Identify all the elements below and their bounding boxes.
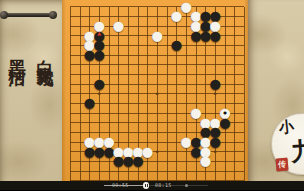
scroll-rod-end-left xyxy=(0,11,8,19)
scroll-rod-end-right xyxy=(49,11,57,19)
pause-button[interactable] xyxy=(143,182,149,188)
grid-line xyxy=(186,7,187,181)
star-point xyxy=(214,34,217,37)
star-point xyxy=(98,150,101,153)
star-point xyxy=(214,92,217,95)
white-player-rank: 九段 xyxy=(37,170,54,174)
dot-marker: ● xyxy=(223,111,227,115)
black-player-rank: 九段 xyxy=(9,170,26,174)
grid-line xyxy=(70,103,244,104)
white-player-column: 白 党毅飞 九段 xyxy=(33,46,57,174)
star-point xyxy=(156,34,159,37)
logo-character-large: 九 xyxy=(290,134,304,169)
grid-line xyxy=(234,7,235,181)
video-progress-bar[interactable]: 00:55 08:15 xyxy=(0,181,304,191)
video-frame: 黑 柯洁 九段 白 党毅飞 九段 ●●●●●●●●●●●●●●●●●●●●●●●… xyxy=(0,0,304,190)
white-side-label: 白 xyxy=(37,46,54,48)
red-seal-stamp: 传 xyxy=(275,158,288,172)
go-board: ●●●●●●●●●●●●●●●●●●●●●●●●●●●●●●●●●●●●●●●●… xyxy=(62,0,249,190)
player-info-scroll: 黑 柯洁 九段 白 党毅飞 九段 xyxy=(0,0,62,190)
grid-line xyxy=(244,7,245,181)
grid-line xyxy=(70,132,244,133)
grid-line xyxy=(167,7,168,181)
star-point xyxy=(156,150,159,153)
grid-line xyxy=(196,7,197,181)
grid-line xyxy=(70,142,244,143)
grid-line xyxy=(225,7,226,181)
grid-line xyxy=(176,7,177,181)
triangle-marker: ▲ xyxy=(97,31,101,36)
grid-line xyxy=(205,7,206,181)
black-player-name: 柯洁 xyxy=(9,53,26,57)
settings-dot-icon[interactable] xyxy=(185,184,188,187)
scroll-rod xyxy=(1,13,56,18)
seal-text: 传 xyxy=(278,160,287,169)
black-player-column: 黑 柯洁 九段 xyxy=(5,46,29,174)
grid-line xyxy=(70,113,244,114)
white-player-name: 党毅飞 xyxy=(37,53,54,59)
grid-line xyxy=(70,161,244,162)
logo-character-small: 小 xyxy=(278,117,295,137)
time-duration-label: 08:15 xyxy=(155,183,172,188)
time-position-label: 00:55 xyxy=(112,183,129,188)
star-point xyxy=(214,150,217,153)
star-point xyxy=(156,92,159,95)
black-side-label: 黑 xyxy=(9,46,26,48)
grid-line xyxy=(70,122,244,123)
star-point xyxy=(98,92,101,95)
grid-line xyxy=(70,171,244,172)
